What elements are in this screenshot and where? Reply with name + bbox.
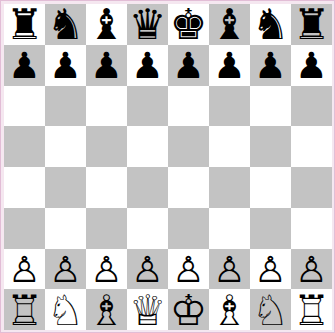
square-g6[interactable] (250, 86, 291, 127)
square-h1[interactable]: ♖ (291, 289, 332, 330)
square-h3[interactable] (291, 208, 332, 249)
square-f8[interactable]: ♝ (209, 4, 250, 45)
square-d2[interactable]: ♙ (127, 249, 168, 290)
black-pawn-icon: ♟ (254, 48, 286, 84)
square-g2[interactable]: ♙ (250, 249, 291, 290)
square-c7[interactable]: ♟ (86, 45, 127, 86)
square-d1[interactable]: ♕ (127, 289, 168, 330)
square-a1[interactable]: ♖ (4, 289, 45, 330)
square-b3[interactable] (45, 208, 86, 249)
black-king-icon: ♚ (170, 4, 208, 44)
square-d6[interactable] (127, 86, 168, 127)
chess-board: ♜♞♝♛♚♝♞♜♟♟♟♟♟♟♟♟♙♙♙♙♙♙♙♙♖♘♗♕♔♗♘♖ (4, 4, 332, 330)
square-b5[interactable] (45, 126, 86, 167)
square-g1[interactable]: ♘ (250, 289, 291, 330)
square-e7[interactable]: ♟ (168, 45, 209, 86)
square-e4[interactable] (168, 167, 209, 208)
square-f7[interactable]: ♟ (209, 45, 250, 86)
square-g7[interactable]: ♟ (250, 45, 291, 86)
white-pawn-icon: ♙ (213, 252, 245, 288)
square-d8[interactable]: ♛ (127, 4, 168, 45)
square-h2[interactable]: ♙ (291, 249, 332, 290)
square-c5[interactable] (86, 126, 127, 167)
square-c8[interactable]: ♝ (86, 4, 127, 45)
black-bishop-icon: ♝ (88, 4, 126, 44)
square-c4[interactable] (86, 167, 127, 208)
square-a8[interactable]: ♜ (4, 4, 45, 45)
square-a3[interactable] (4, 208, 45, 249)
square-b2[interactable]: ♙ (45, 249, 86, 290)
square-e1[interactable]: ♔ (168, 289, 209, 330)
square-b4[interactable] (45, 167, 86, 208)
square-e2[interactable]: ♙ (168, 249, 209, 290)
square-c3[interactable] (86, 208, 127, 249)
square-d4[interactable] (127, 167, 168, 208)
square-a7[interactable]: ♟ (4, 45, 45, 86)
square-h5[interactable] (291, 126, 332, 167)
square-a2[interactable]: ♙ (4, 249, 45, 290)
square-c6[interactable] (86, 86, 127, 127)
black-bishop-icon: ♝ (211, 4, 249, 44)
square-a6[interactable] (4, 86, 45, 127)
square-g3[interactable] (250, 208, 291, 249)
square-b7[interactable]: ♟ (45, 45, 86, 86)
white-pawn-icon: ♙ (131, 252, 163, 288)
white-bishop-icon: ♗ (88, 290, 126, 330)
square-e3[interactable] (168, 208, 209, 249)
black-pawn-icon: ♟ (172, 48, 204, 84)
square-d3[interactable] (127, 208, 168, 249)
board-frame: ♜♞♝♛♚♝♞♜♟♟♟♟♟♟♟♟♙♙♙♙♙♙♙♙♖♘♗♕♔♗♘♖ (0, 0, 335, 333)
square-b6[interactable] (45, 86, 86, 127)
square-f2[interactable]: ♙ (209, 249, 250, 290)
square-a4[interactable] (4, 167, 45, 208)
square-e8[interactable]: ♚ (168, 4, 209, 45)
square-h6[interactable] (291, 86, 332, 127)
white-bishop-icon: ♗ (211, 290, 249, 330)
white-pawn-icon: ♙ (8, 252, 40, 288)
white-pawn-icon: ♙ (172, 252, 204, 288)
white-pawn-icon: ♙ (49, 252, 81, 288)
black-pawn-icon: ♟ (90, 48, 122, 84)
black-knight-icon: ♞ (47, 4, 85, 44)
black-pawn-icon: ♟ (49, 48, 81, 84)
square-f5[interactable] (209, 126, 250, 167)
square-f3[interactable] (209, 208, 250, 249)
white-rook-icon: ♖ (6, 290, 44, 330)
square-c2[interactable]: ♙ (86, 249, 127, 290)
black-pawn-icon: ♟ (295, 48, 327, 84)
white-knight-icon: ♘ (252, 290, 290, 330)
square-g5[interactable] (250, 126, 291, 167)
black-knight-icon: ♞ (252, 4, 290, 44)
square-h4[interactable] (291, 167, 332, 208)
square-d5[interactable] (127, 126, 168, 167)
square-c1[interactable]: ♗ (86, 289, 127, 330)
square-b8[interactable]: ♞ (45, 4, 86, 45)
square-d7[interactable]: ♟ (127, 45, 168, 86)
black-pawn-icon: ♟ (8, 48, 40, 84)
black-pawn-icon: ♟ (131, 48, 163, 84)
square-e6[interactable] (168, 86, 209, 127)
black-queen-icon: ♛ (129, 4, 167, 44)
white-rook-icon: ♖ (293, 290, 331, 330)
square-g4[interactable] (250, 167, 291, 208)
white-queen-icon: ♕ (129, 290, 167, 330)
black-rook-icon: ♜ (293, 4, 331, 44)
square-h8[interactable]: ♜ (291, 4, 332, 45)
white-pawn-icon: ♙ (90, 252, 122, 288)
white-pawn-icon: ♙ (254, 252, 286, 288)
white-pawn-icon: ♙ (295, 252, 327, 288)
square-g8[interactable]: ♞ (250, 4, 291, 45)
white-king-icon: ♔ (170, 290, 208, 330)
square-e5[interactable] (168, 126, 209, 167)
square-b1[interactable]: ♘ (45, 289, 86, 330)
square-f6[interactable] (209, 86, 250, 127)
square-f1[interactable]: ♗ (209, 289, 250, 330)
square-h7[interactable]: ♟ (291, 45, 332, 86)
square-f4[interactable] (209, 167, 250, 208)
white-knight-icon: ♘ (47, 290, 85, 330)
black-rook-icon: ♜ (6, 4, 44, 44)
black-pawn-icon: ♟ (213, 48, 245, 84)
square-a5[interactable] (4, 126, 45, 167)
